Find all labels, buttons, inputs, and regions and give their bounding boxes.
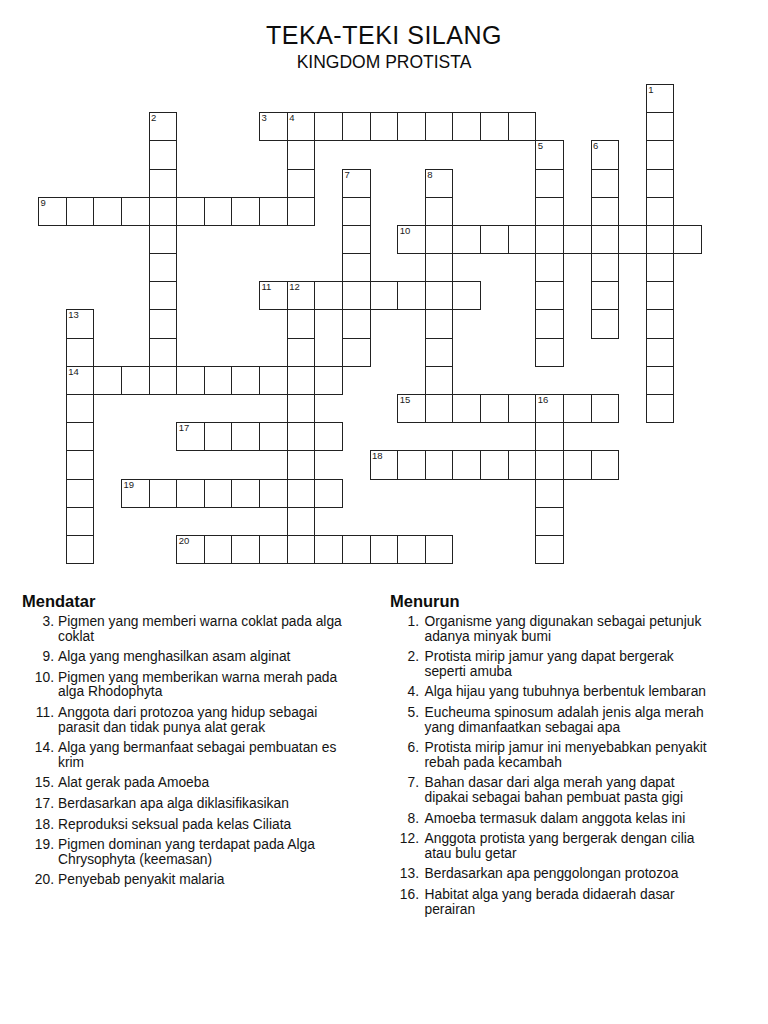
- grid-cell-r11c17[interactable]: [508, 394, 537, 423]
- grid-cell-r14c10[interactable]: [314, 479, 343, 508]
- grid-cell-r5c23[interactable]: [673, 225, 702, 254]
- cell-number-6: 6: [593, 141, 598, 151]
- grid-cell-r9c1[interactable]: [66, 338, 95, 367]
- grid-cell-r12c7[interactable]: [231, 422, 260, 451]
- grid-cell-r15c18[interactable]: [535, 507, 564, 536]
- grid-cell-r2c20[interactable]: 6: [591, 140, 620, 169]
- clue-text: Pigmen yang memberi warna coklat pada al…: [58, 615, 368, 644]
- grid-cell-r5c14[interactable]: [425, 225, 454, 254]
- clue-number-label: 11.: [21, 706, 54, 735]
- grid-cell-r10c6[interactable]: [204, 366, 233, 395]
- grid-cell-r7c11[interactable]: [342, 281, 371, 310]
- grid-cell-r2c9[interactable]: [287, 140, 316, 169]
- clue-text: Pigmen dominan yang terdapat pada Alga C…: [58, 838, 368, 867]
- grid-cell-r1c4[interactable]: 2: [149, 112, 178, 141]
- grid-cell-r2c22[interactable]: [646, 140, 675, 169]
- grid-cell-r6c20[interactable]: [591, 253, 620, 282]
- grid-cell-r1c10[interactable]: [314, 112, 343, 141]
- clue-number-label: 14.: [21, 741, 54, 770]
- grid-cell-r13c9[interactable]: [287, 450, 316, 479]
- grid-cell-r14c4[interactable]: [149, 479, 178, 508]
- grid-cell-r1c15[interactable]: [452, 112, 481, 141]
- clue-text: Anggota protista yang bergerak dengan ci…: [425, 832, 731, 861]
- down-clue-8: 8.Amoeba termasuk dalam anggota kelas in…: [389, 812, 741, 827]
- clue-text: Alga yang bermanfaat sebagai pembuatan e…: [58, 741, 368, 770]
- cell-number-7: 7: [344, 170, 349, 180]
- cell-number-15: 15: [400, 395, 411, 405]
- clue-number-label: 6.: [389, 741, 419, 770]
- grid-cell-r5c15[interactable]: [452, 225, 481, 254]
- grid-cell-r4c4[interactable]: [149, 197, 178, 226]
- grid-cell-r9c9[interactable]: [287, 338, 316, 367]
- grid-cell-r6c22[interactable]: [646, 253, 675, 282]
- grid-cell-r7c15[interactable]: [452, 281, 481, 310]
- grid-cell-r13c1[interactable]: [66, 450, 95, 479]
- cell-number-18: 18: [372, 451, 383, 461]
- grid-cell-r6c4[interactable]: [149, 253, 178, 282]
- grid-cell-r4c8[interactable]: [259, 197, 288, 226]
- down-clue-7: 7.Bahan dasar dari alga merah yang dapat…: [389, 776, 741, 805]
- grid-cell-r9c22[interactable]: [646, 338, 675, 367]
- page-subtitle: KINGDOM PROTISTA: [0, 52, 768, 72]
- grid-cell-r14c8[interactable]: [259, 479, 288, 508]
- grid-cell-r14c7[interactable]: [231, 479, 260, 508]
- grid-cell-r16c8[interactable]: [259, 535, 288, 564]
- grid-cell-r5c4[interactable]: [149, 225, 178, 254]
- grid-cell-r2c18[interactable]: 5: [535, 140, 564, 169]
- down-clue-13: 13.Berdasarkan apa penggolongan protozoa: [389, 867, 741, 882]
- grid-cell-r16c6[interactable]: [204, 535, 233, 564]
- grid-cell-r11c20[interactable]: [591, 394, 620, 423]
- clue-number-label: 5.: [389, 706, 419, 735]
- grid-cell-r7c10[interactable]: [314, 281, 343, 310]
- grid-cell-r14c1[interactable]: [66, 479, 95, 508]
- grid-cell-r10c7[interactable]: [231, 366, 260, 395]
- clue-number-label: 3.: [21, 615, 54, 644]
- clue-text: Protista mirip jamur yang dapat bergerak…: [425, 650, 731, 679]
- grid-cell-r5c16[interactable]: [480, 225, 509, 254]
- grid-cell-r3c20[interactable]: [591, 169, 620, 198]
- clue-text: Habitat alga yang berada didaerah dasar …: [425, 888, 731, 917]
- grid-cell-r13c15[interactable]: [452, 450, 481, 479]
- grid-cell-r16c7[interactable]: [231, 535, 260, 564]
- grid-cell-r1c13[interactable]: [397, 112, 426, 141]
- grid-cell-r4c9[interactable]: [287, 197, 316, 226]
- grid-cell-r1c17[interactable]: [508, 112, 537, 141]
- grid-cell-r12c10[interactable]: [314, 422, 343, 451]
- grid-cell-r10c3[interactable]: [121, 366, 150, 395]
- clue-number-label: 10.: [21, 671, 54, 700]
- across-clue-10: 10.Pigmen yang memberikan warna merah pa…: [21, 671, 379, 700]
- grid-cell-r5c11[interactable]: [342, 225, 371, 254]
- cell-number-13: 13: [68, 310, 79, 320]
- grid-cell-r4c5[interactable]: [176, 197, 205, 226]
- grid-cell-r6c11[interactable]: [342, 253, 371, 282]
- grid-cell-r13c17[interactable]: [508, 450, 537, 479]
- grid-cell-r8c9[interactable]: [287, 309, 316, 338]
- clue-number-label: 16.: [389, 888, 419, 917]
- grid-cell-r4c14[interactable]: [425, 197, 454, 226]
- down-clue-6: 6.Protista mirip jamur ini menyebabkan p…: [389, 741, 741, 770]
- grid-cell-r13c20[interactable]: [591, 450, 620, 479]
- grid-cell-r4c22[interactable]: [646, 197, 675, 226]
- grid-cell-r3c14[interactable]: 8: [425, 169, 454, 198]
- cell-number-3: 3: [262, 113, 267, 123]
- grid-cell-r1c8[interactable]: 3: [259, 112, 288, 141]
- grid-cell-r13c14[interactable]: [425, 450, 454, 479]
- grid-cell-r12c5[interactable]: 17: [176, 422, 205, 451]
- cell-number-1: 1: [648, 85, 653, 95]
- crossword-grid: 1234567891011121314151617181920: [38, 84, 703, 565]
- clue-text: Organisme yang digunakan sebagai petunju…: [425, 615, 731, 644]
- grid-cell-r7c22[interactable]: [646, 281, 675, 310]
- grid-cell-r0c22[interactable]: 1: [646, 84, 675, 113]
- grid-cell-r2c4[interactable]: [149, 140, 178, 169]
- grid-cell-r8c1[interactable]: 13: [66, 309, 95, 338]
- grid-cell-r11c18[interactable]: 16: [535, 394, 564, 423]
- grid-cell-r11c14[interactable]: [425, 394, 454, 423]
- grid-cell-r3c11[interactable]: 7: [342, 169, 371, 198]
- grid-cell-r7c14[interactable]: [425, 281, 454, 310]
- document-page: TEKA-TEKI SILANG KINGDOM PROTISTA 123456…: [0, 0, 768, 1024]
- clue-text: Berdasarkan apa penggolongan protozoa: [425, 867, 731, 882]
- grid-cell-r13c16[interactable]: [480, 450, 509, 479]
- clue-number-label: 1.: [389, 615, 419, 644]
- clue-number-label: 20.: [21, 873, 54, 888]
- down-heading: Menurun: [390, 591, 741, 611]
- down-clue-1: 1.Organisme yang digunakan sebagai petun…: [389, 615, 741, 644]
- clue-number-label: 13.: [389, 867, 419, 882]
- clue-number-label: 4.: [389, 685, 419, 700]
- grid-cell-r9c18[interactable]: [535, 338, 564, 367]
- clue-text: Alat gerak pada Amoeba: [58, 776, 368, 791]
- grid-cell-r5c13[interactable]: 10: [397, 225, 426, 254]
- clue-text: Reproduksi seksual pada kelas Ciliata: [58, 818, 368, 833]
- grid-cell-r4c0[interactable]: 9: [38, 197, 67, 226]
- cell-number-16: 16: [538, 395, 549, 405]
- clue-text: Bahan dasar dari alga merah yang dapat d…: [425, 776, 731, 805]
- down-clue-list: 1.Organisme yang digunakan sebagai petun…: [389, 615, 741, 917]
- grid-cell-r12c6[interactable]: [204, 422, 233, 451]
- grid-cell-r12c1[interactable]: [66, 422, 95, 451]
- grid-cell-r8c14[interactable]: [425, 309, 454, 338]
- grid-cell-r16c9[interactable]: [287, 535, 316, 564]
- grid-cell-r5c21[interactable]: [618, 225, 647, 254]
- down-clue-12: 12.Anggota protista yang bergerak dengan…: [389, 832, 741, 861]
- across-clue-18: 18.Reproduksi seksual pada kelas Ciliata: [21, 818, 379, 833]
- grid-cell-r4c11[interactable]: [342, 197, 371, 226]
- cell-number-17: 17: [179, 423, 190, 433]
- clue-text: Protista mirip jamur ini menyebabkan pen…: [425, 741, 731, 770]
- grid-cell-r11c9[interactable]: [287, 394, 316, 423]
- grid-cell-r16c12[interactable]: [370, 535, 399, 564]
- clue-number-label: 19.: [21, 838, 54, 867]
- grid-cell-r13c13[interactable]: [397, 450, 426, 479]
- grid-cell-r1c9[interactable]: 4: [287, 112, 316, 141]
- grid-cell-r10c9[interactable]: [287, 366, 316, 395]
- title-block: TEKA-TEKI SILANG KINGDOM PROTISTA: [0, 22, 768, 72]
- grid-cell-r10c4[interactable]: [149, 366, 178, 395]
- grid-cell-r9c11[interactable]: [342, 338, 371, 367]
- grid-cell-r11c22[interactable]: [646, 394, 675, 423]
- cell-number-9: 9: [41, 198, 46, 208]
- cell-number-20: 20: [179, 536, 190, 546]
- down-clue-5: 5.Eucheuma spinosum adalah jenis alga me…: [389, 706, 741, 735]
- grid-cell-r10c1[interactable]: 14: [66, 366, 95, 395]
- grid-cell-r1c14[interactable]: [425, 112, 454, 141]
- grid-cell-r10c14[interactable]: [425, 366, 454, 395]
- grid-cell-r4c18[interactable]: [535, 197, 564, 226]
- grid-cell-r3c22[interactable]: [646, 169, 675, 198]
- grid-cell-r14c6[interactable]: [204, 479, 233, 508]
- grid-cell-r5c17[interactable]: [508, 225, 537, 254]
- grid-cell-r11c19[interactable]: [563, 394, 592, 423]
- grid-cell-r12c8[interactable]: [259, 422, 288, 451]
- grid-cell-r7c20[interactable]: [591, 281, 620, 310]
- down-clue-2: 2.Protista mirip jamur yang dapat berger…: [389, 650, 741, 679]
- grid-cell-r14c9[interactable]: [287, 479, 316, 508]
- across-clue-20: 20.Penyebab penyakit malaria: [21, 873, 379, 888]
- across-heading: Mendatar: [22, 591, 379, 611]
- across-clue-17: 17.Berdasarkan apa alga diklasifikasikan: [21, 797, 379, 812]
- clue-text: Penyebab penyakit malaria: [58, 873, 368, 888]
- grid-cell-r5c19[interactable]: [563, 225, 592, 254]
- grid-cell-r1c22[interactable]: [646, 112, 675, 141]
- grid-cell-r9c4[interactable]: [149, 338, 178, 367]
- grid-cell-r10c22[interactable]: [646, 366, 675, 395]
- clue-text: Anggota dari protozoa yang hidup sebagai…: [58, 706, 368, 735]
- cell-number-14: 14: [68, 367, 79, 377]
- grid-cell-r4c20[interactable]: [591, 197, 620, 226]
- clue-text: Berdasarkan apa alga diklasifikasikan: [58, 797, 368, 812]
- cell-number-12: 12: [289, 282, 300, 292]
- cell-number-11: 11: [262, 282, 272, 292]
- across-clues-section: Mendatar 3.Pigmen yang memberi warna cok…: [21, 591, 379, 894]
- grid-cell-r3c9[interactable]: [287, 169, 316, 198]
- clue-number-label: 2.: [389, 650, 419, 679]
- across-clue-list: 3.Pigmen yang memberi warna coklat pada …: [21, 615, 379, 888]
- grid-cell-r7c4[interactable]: [149, 281, 178, 310]
- down-clues-section: Menurun 1.Organisme yang digunakan sebag…: [389, 591, 741, 923]
- grid-cell-r8c4[interactable]: [149, 309, 178, 338]
- grid-cell-r12c18[interactable]: [535, 422, 564, 451]
- grid-cell-r10c10[interactable]: [314, 366, 343, 395]
- grid-cell-r16c11[interactable]: [342, 535, 371, 564]
- down-clue-16: 16.Habitat alga yang berada didaerah das…: [389, 888, 741, 917]
- clue-number-label: 18.: [21, 818, 54, 833]
- grid-cell-r16c5[interactable]: 20: [176, 535, 205, 564]
- grid-cell-r11c15[interactable]: [452, 394, 481, 423]
- grid-cell-r4c6[interactable]: [204, 197, 233, 226]
- grid-cell-r4c2[interactable]: [93, 197, 122, 226]
- grid-cell-r14c3[interactable]: 19: [121, 479, 150, 508]
- clue-text: Alga yang menghasilkan asam alginat: [58, 650, 368, 665]
- grid-cell-r11c16[interactable]: [480, 394, 509, 423]
- cell-number-19: 19: [123, 480, 134, 490]
- grid-cell-r9c14[interactable]: [425, 338, 454, 367]
- cell-number-10: 10: [400, 226, 411, 236]
- across-clue-11: 11.Anggota dari protozoa yang hidup seba…: [21, 706, 379, 735]
- clue-number-label: 9.: [21, 650, 54, 665]
- grid-cell-r5c22[interactable]: [646, 225, 675, 254]
- grid-cell-r13c18[interactable]: [535, 450, 564, 479]
- grid-cell-r8c18[interactable]: [535, 309, 564, 338]
- grid-cell-r12c9[interactable]: [287, 422, 316, 451]
- grid-cell-r16c1[interactable]: [66, 535, 95, 564]
- grid-cell-r7c18[interactable]: [535, 281, 564, 310]
- grid-cell-r7c13[interactable]: [397, 281, 426, 310]
- grid-cell-r11c1[interactable]: [66, 394, 95, 423]
- grid-cell-r6c14[interactable]: [425, 253, 454, 282]
- grid-cell-r1c11[interactable]: [342, 112, 371, 141]
- grid-cell-r13c12[interactable]: 18: [370, 450, 399, 479]
- grid-cell-r4c1[interactable]: [66, 197, 95, 226]
- grid-cell-r15c9[interactable]: [287, 507, 316, 536]
- across-clue-3: 3.Pigmen yang memberi warna coklat pada …: [21, 615, 379, 644]
- grid-cell-r16c14[interactable]: [425, 535, 454, 564]
- page-title: TEKA-TEKI SILANG: [0, 22, 768, 49]
- across-clue-14: 14.Alga yang bermanfaat sebagai pembuata…: [21, 741, 379, 770]
- down-clue-4: 4.Alga hijau yang tubuhnya berbentuk lem…: [389, 685, 741, 700]
- cell-number-2: 2: [151, 113, 156, 123]
- grid-cell-r15c1[interactable]: [66, 507, 95, 536]
- cell-number-5: 5: [538, 141, 543, 151]
- across-clue-19: 19.Pigmen dominan yang terdapat pada Alg…: [21, 838, 379, 867]
- clue-text: Alga hijau yang tubuhnya berbentuk lemba…: [425, 685, 731, 700]
- grid-cell-r4c7[interactable]: [231, 197, 260, 226]
- grid-cell-r1c16[interactable]: [480, 112, 509, 141]
- grid-cell-r8c11[interactable]: [342, 309, 371, 338]
- grid-cell-r10c5[interactable]: [176, 366, 205, 395]
- grid-cell-r5c20[interactable]: [591, 225, 620, 254]
- grid-cell-r7c9[interactable]: 12: [287, 281, 316, 310]
- grid-cell-r3c18[interactable]: [535, 169, 564, 198]
- grid-cell-r8c22[interactable]: [646, 309, 675, 338]
- grid-cell-r6c18[interactable]: [535, 253, 564, 282]
- grid-cell-r16c10[interactable]: [314, 535, 343, 564]
- grid-cell-r16c18[interactable]: [535, 535, 564, 564]
- grid-cell-r13c19[interactable]: [563, 450, 592, 479]
- across-clue-9: 9.Alga yang menghasilkan asam alginat: [21, 650, 379, 665]
- clue-number-label: 7.: [389, 776, 419, 805]
- grid-cell-r11c13[interactable]: 15: [397, 394, 426, 423]
- grid-cell-r14c18[interactable]: [535, 479, 564, 508]
- clue-text: Pigmen yang memberikan warna merah pada …: [58, 671, 368, 700]
- grid-cell-r3c4[interactable]: [149, 169, 178, 198]
- clue-number-label: 8.: [389, 812, 419, 827]
- grid-cell-r1c12[interactable]: [370, 112, 399, 141]
- clue-number-label: 17.: [21, 797, 54, 812]
- clue-number-label: 12.: [389, 832, 419, 861]
- grid-cell-r10c2[interactable]: [93, 366, 122, 395]
- grid-cell-r10c8[interactable]: [259, 366, 288, 395]
- clue-text: Eucheuma spinosum adalah jenis alga mera…: [425, 706, 731, 735]
- grid-cell-r5c18[interactable]: [535, 225, 564, 254]
- grid-cell-r7c12[interactable]: [370, 281, 399, 310]
- clue-number-label: 15.: [21, 776, 54, 791]
- grid-cell-r8c20[interactable]: [591, 309, 620, 338]
- cell-number-8: 8: [427, 170, 432, 180]
- grid-cell-r7c8[interactable]: 11: [259, 281, 288, 310]
- grid-cell-r16c13[interactable]: [397, 535, 426, 564]
- grid-cell-r4c3[interactable]: [121, 197, 150, 226]
- cell-number-4: 4: [289, 113, 294, 123]
- grid-cell-r14c5[interactable]: [176, 479, 205, 508]
- clue-text: Amoeba termasuk dalam anggota kelas ini: [425, 812, 731, 827]
- across-clue-15: 15.Alat gerak pada Amoeba: [21, 776, 379, 791]
